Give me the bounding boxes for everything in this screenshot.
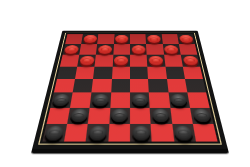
- square-r1-c3[interactable]: [97, 34, 114, 44]
- square-r8-c2[interactable]: [63, 124, 87, 142]
- checker-black[interactable]: ⛀: [170, 94, 188, 106]
- square-r2-c5[interactable]: ⛀: [130, 44, 147, 55]
- square-r2-c1[interactable]: ⛀: [62, 44, 81, 55]
- checker-black[interactable]: ⛀: [131, 94, 147, 106]
- square-r6-c3[interactable]: ⛀: [89, 93, 110, 108]
- checker-red[interactable]: ⛀: [164, 45, 179, 54]
- board-pinstripe: ⛀⛀⛀⛀⛀⛀⛀⛀⛀⛀⛀⛀⛀⛀⛀⛀⛀⛀⛀⛀⛀⛀⛀⛀: [38, 33, 222, 145]
- square-r5-c2[interactable]: [72, 79, 93, 93]
- square-r7-c1[interactable]: [46, 108, 70, 124]
- square-r5-c6[interactable]: [148, 79, 168, 93]
- square-r7-c4[interactable]: ⛀: [109, 108, 130, 124]
- checker-black[interactable]: ⛀: [192, 109, 212, 122]
- square-r7-c3[interactable]: [88, 108, 110, 124]
- square-r3-c4[interactable]: ⛀: [112, 55, 130, 67]
- square-r6-c1[interactable]: ⛀: [49, 93, 72, 108]
- square-r3-c7[interactable]: [163, 55, 182, 67]
- checker-black[interactable]: ⛀: [131, 126, 149, 141]
- square-r1-c6[interactable]: ⛀: [145, 34, 162, 44]
- square-r5-c7[interactable]: [166, 79, 187, 93]
- square-r3-c5[interactable]: [130, 55, 148, 67]
- square-r2-c2[interactable]: [79, 44, 97, 55]
- square-r6-c8[interactable]: [187, 93, 210, 108]
- checker-red[interactable]: ⛀: [148, 56, 163, 66]
- checker-black[interactable]: ⛀: [88, 126, 107, 141]
- square-r8-c1[interactable]: ⛀: [41, 124, 66, 142]
- square-r4-c4[interactable]: [111, 66, 129, 79]
- square-r6-c7[interactable]: ⛀: [168, 93, 190, 108]
- checker-red[interactable]: ⛀: [64, 45, 79, 54]
- square-r7-c5[interactable]: [130, 108, 151, 124]
- square-r2-c8[interactable]: [178, 44, 197, 55]
- square-r5-c8[interactable]: [185, 79, 207, 93]
- checker-black[interactable]: ⛀: [69, 109, 88, 122]
- square-r2-c3[interactable]: ⛀: [96, 44, 114, 55]
- square-r1-c5[interactable]: [130, 34, 146, 44]
- scene: ⛀⛀⛀⛀⛀⛀⛀⛀⛀⛀⛀⛀⛀⛀⛀⛀⛀⛀⛀⛀⛀⛀⛀⛀: [0, 0, 250, 167]
- square-r4-c7[interactable]: [165, 66, 185, 79]
- square-r5-c1[interactable]: [53, 79, 75, 93]
- square-r3-c8[interactable]: ⛀: [180, 55, 200, 67]
- square-r7-c8[interactable]: ⛀: [190, 108, 214, 124]
- square-r4-c1[interactable]: [56, 66, 77, 79]
- square-r6-c6[interactable]: [149, 93, 170, 108]
- square-r3-c2[interactable]: ⛀: [77, 55, 96, 67]
- checker-red[interactable]: ⛀: [147, 35, 161, 43]
- checker-red[interactable]: ⛀: [115, 35, 128, 43]
- square-r8-c8[interactable]: [192, 124, 217, 142]
- checker-black[interactable]: ⛀: [44, 126, 65, 141]
- square-r7-c6[interactable]: ⛀: [150, 108, 172, 124]
- square-r8-c5[interactable]: ⛀: [130, 124, 152, 142]
- square-r2-c7[interactable]: ⛀: [162, 44, 180, 55]
- checkers-board: ⛀⛀⛀⛀⛀⛀⛀⛀⛀⛀⛀⛀⛀⛀⛀⛀⛀⛀⛀⛀⛀⛀⛀⛀: [32, 31, 228, 149]
- square-r4-c5[interactable]: [130, 66, 148, 79]
- square-r4-c8[interactable]: [182, 66, 203, 79]
- square-r2-c6[interactable]: [146, 44, 164, 55]
- square-r1-c1[interactable]: [64, 34, 82, 44]
- checker-black[interactable]: ⛀: [110, 109, 127, 122]
- checker-black[interactable]: ⛀: [91, 94, 108, 106]
- square-r2-c4[interactable]: [113, 44, 130, 55]
- square-r6-c5[interactable]: ⛀: [130, 93, 150, 108]
- checker-red[interactable]: ⛀: [178, 35, 193, 43]
- square-r1-c4[interactable]: ⛀: [113, 34, 129, 44]
- square-r7-c7[interactable]: [170, 108, 193, 124]
- square-r3-c1[interactable]: [59, 55, 79, 67]
- square-r7-c2[interactable]: ⛀: [67, 108, 90, 124]
- square-r1-c2[interactable]: ⛀: [81, 34, 98, 44]
- square-r5-c3[interactable]: [91, 79, 111, 93]
- square-r5-c5[interactable]: [130, 79, 149, 93]
- checker-red[interactable]: ⛀: [182, 56, 198, 66]
- square-r8-c7[interactable]: ⛀: [171, 124, 195, 142]
- square-r8-c6[interactable]: [150, 124, 173, 142]
- square-r5-c4[interactable]: [110, 79, 129, 93]
- checker-black[interactable]: ⛀: [174, 126, 194, 141]
- square-r3-c3[interactable]: [94, 55, 112, 67]
- checker-red[interactable]: ⛀: [82, 35, 96, 43]
- square-r4-c3[interactable]: [93, 66, 112, 79]
- checker-red[interactable]: ⛀: [78, 56, 94, 66]
- square-r8-c3[interactable]: ⛀: [85, 124, 108, 142]
- checker-black[interactable]: ⛀: [151, 109, 169, 122]
- square-r1-c8[interactable]: ⛀: [177, 34, 195, 44]
- checker-red[interactable]: ⛀: [131, 45, 145, 54]
- square-r4-c2[interactable]: [74, 66, 94, 79]
- square-r6-c4[interactable]: [109, 93, 129, 108]
- square-r4-c6[interactable]: [147, 66, 166, 79]
- checker-red[interactable]: ⛀: [114, 56, 128, 66]
- checker-red[interactable]: ⛀: [97, 45, 111, 54]
- square-r8-c4[interactable]: [107, 124, 129, 142]
- square-r3-c6[interactable]: ⛀: [146, 55, 164, 67]
- square-r6-c2[interactable]: [69, 93, 91, 108]
- square-r1-c7[interactable]: [161, 34, 178, 44]
- checker-black[interactable]: ⛀: [52, 94, 71, 106]
- board-grid: ⛀⛀⛀⛀⛀⛀⛀⛀⛀⛀⛀⛀⛀⛀⛀⛀⛀⛀⛀⛀⛀⛀⛀⛀: [41, 34, 217, 142]
